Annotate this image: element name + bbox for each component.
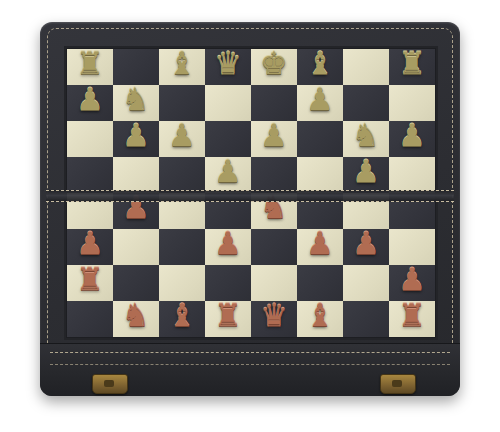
square-c1[interactable]: ♝ — [159, 301, 205, 337]
leather-chess-case: ♜♝♛♚♝♜♟♞♟♟♟♟♞♟♟♟♟♞♟♟♟♟♜♟♞♝♜♛♝♜ — [40, 22, 460, 396]
square-b1[interactable]: ♞ — [113, 301, 159, 337]
piece-copper-p-a3[interactable]: ♟ — [67, 223, 113, 263]
square-f1[interactable]: ♝ — [297, 301, 343, 337]
square-h4[interactable] — [389, 193, 435, 229]
piece-brass-b-f8[interactable]: ♝ — [297, 43, 343, 83]
piece-brass-q-d8[interactable]: ♛ — [205, 43, 251, 83]
front-stitching — [50, 352, 450, 353]
piece-brass-p-c6[interactable]: ♟ — [159, 115, 205, 155]
piece-brass-p-g5[interactable]: ♟ — [343, 151, 389, 191]
square-a7[interactable]: ♟ — [67, 85, 113, 121]
square-a5[interactable] — [67, 157, 113, 193]
piece-brass-p-e6[interactable]: ♟ — [251, 115, 297, 155]
square-g3[interactable]: ♟ — [343, 229, 389, 265]
square-b6[interactable]: ♟ — [113, 121, 159, 157]
piece-copper-n-e4[interactable]: ♞ — [251, 187, 297, 227]
piece-copper-b-c1[interactable]: ♝ — [159, 295, 205, 335]
square-e1[interactable]: ♛ — [251, 301, 297, 337]
piece-brass-n-b7[interactable]: ♞ — [113, 79, 159, 119]
square-c3[interactable] — [159, 229, 205, 265]
square-f6[interactable] — [297, 121, 343, 157]
piece-copper-q-e1[interactable]: ♛ — [251, 295, 297, 335]
square-c5[interactable] — [159, 157, 205, 193]
piece-copper-b-f1[interactable]: ♝ — [297, 295, 343, 335]
piece-copper-p-g3[interactable]: ♟ — [343, 223, 389, 263]
square-c6[interactable]: ♟ — [159, 121, 205, 157]
piece-copper-n-b1[interactable]: ♞ — [113, 295, 159, 335]
square-a1[interactable] — [67, 301, 113, 337]
square-a6[interactable] — [67, 121, 113, 157]
piece-brass-p-a7[interactable]: ♟ — [67, 79, 113, 119]
square-b4[interactable]: ♟ — [113, 193, 159, 229]
square-h5[interactable] — [389, 157, 435, 193]
square-d3[interactable]: ♟ — [205, 229, 251, 265]
piece-brass-p-h6[interactable]: ♟ — [389, 115, 435, 155]
square-f3[interactable]: ♟ — [297, 229, 343, 265]
square-g2[interactable] — [343, 265, 389, 301]
square-g5[interactable]: ♟ — [343, 157, 389, 193]
piece-copper-p-h2[interactable]: ♟ — [389, 259, 435, 299]
piece-copper-p-d3[interactable]: ♟ — [205, 223, 251, 263]
piece-copper-r-d1[interactable]: ♜ — [205, 295, 251, 335]
piece-brass-p-d5[interactable]: ♟ — [205, 151, 251, 191]
square-f5[interactable] — [297, 157, 343, 193]
square-e4[interactable]: ♞ — [251, 193, 297, 229]
piece-copper-r-a2[interactable]: ♜ — [67, 259, 113, 299]
square-f7[interactable]: ♟ — [297, 85, 343, 121]
square-c8[interactable]: ♝ — [159, 49, 205, 85]
piece-brass-p-f7[interactable]: ♟ — [297, 79, 343, 119]
piece-copper-p-b4[interactable]: ♟ — [113, 187, 159, 227]
square-h8[interactable]: ♜ — [389, 49, 435, 85]
piece-copper-p-f3[interactable]: ♟ — [297, 223, 343, 263]
square-b3[interactable] — [113, 229, 159, 265]
front-stitching-lower — [50, 364, 450, 365]
clasp-latch-left[interactable] — [92, 374, 128, 394]
square-e8[interactable]: ♚ — [251, 49, 297, 85]
piece-brass-n-g6[interactable]: ♞ — [343, 115, 389, 155]
square-h6[interactable]: ♟ — [389, 121, 435, 157]
square-e3[interactable] — [251, 229, 297, 265]
product-photo-canvas: ♜♝♛♚♝♜♟♞♟♟♟♟♞♟♟♟♟♞♟♟♟♟♜♟♞♝♜♛♝♜ — [0, 0, 500, 432]
piece-brass-b-c8[interactable]: ♝ — [159, 43, 205, 83]
square-g8[interactable] — [343, 49, 389, 85]
square-d5[interactable]: ♟ — [205, 157, 251, 193]
square-e6[interactable]: ♟ — [251, 121, 297, 157]
square-d8[interactable]: ♛ — [205, 49, 251, 85]
square-d7[interactable] — [205, 85, 251, 121]
clasp-latch-right[interactable] — [380, 374, 416, 394]
square-d1[interactable]: ♜ — [205, 301, 251, 337]
square-a2[interactable]: ♜ — [67, 265, 113, 301]
piece-brass-p-b6[interactable]: ♟ — [113, 115, 159, 155]
piece-copper-r-h1[interactable]: ♜ — [389, 295, 435, 335]
piece-brass-r-h8[interactable]: ♜ — [389, 43, 435, 83]
square-g1[interactable] — [343, 301, 389, 337]
square-c4[interactable] — [159, 193, 205, 229]
square-h1[interactable]: ♜ — [389, 301, 435, 337]
piece-brass-r-a8[interactable]: ♜ — [67, 43, 113, 83]
piece-brass-k-e8[interactable]: ♚ — [251, 43, 297, 83]
case-front-face — [40, 343, 460, 396]
chess-board: ♜♝♛♚♝♜♟♞♟♟♟♟♞♟♟♟♟♞♟♟♟♟♜♟♞♝♜♛♝♜ — [66, 48, 436, 338]
